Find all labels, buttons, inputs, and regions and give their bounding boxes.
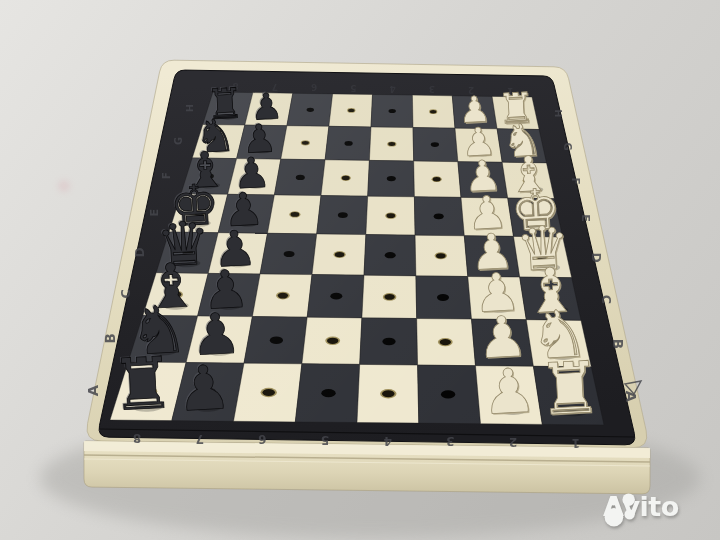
piece-black-rook-a8: ♜♜ — [108, 340, 177, 427]
avito-logo-dots — [603, 493, 641, 531]
piece-black-pawn-a7: ♟♟ — [174, 350, 234, 425]
rank-label-bottom-6: 6 — [258, 432, 266, 446]
file-label-right-A: A — [623, 391, 639, 403]
rank-label-bottom-3: 3 — [446, 434, 454, 448]
rank-label-bottom-1: 1 — [572, 436, 580, 450]
rank-label-bottom-2: 2 — [509, 435, 517, 449]
file-label-right-D: D — [589, 253, 603, 263]
chess-set-photo: HHGGFFEEDDCCBBAA8877665544332211♜♜♟♟♟♟♜♜… — [0, 0, 720, 540]
rank-label-top-6: 6 — [311, 82, 317, 92]
file-label-left-A: A — [85, 384, 101, 396]
file-label-right-C: C — [599, 295, 614, 304]
piece-white-rook-a1: ♜♜ — [536, 345, 605, 433]
file-label-right-H: H — [553, 110, 564, 118]
rank-label-bottom-8: 8 — [133, 431, 141, 445]
piece-glyph: ♜ — [536, 346, 604, 432]
rank-label-bottom-7: 7 — [196, 432, 204, 446]
piece-glyph: ♜ — [109, 341, 177, 427]
piece-glyph: ♟ — [175, 351, 233, 425]
file-label-right-E: E — [579, 214, 592, 222]
file-label-right-B: B — [610, 339, 626, 349]
rank-label-bottom-4: 4 — [384, 434, 392, 448]
rank-label-top-4: 4 — [389, 84, 395, 94]
piece-glyph: ♟ — [480, 354, 538, 428]
piece-white-pawn-a2: ♟♟ — [480, 354, 540, 429]
file-label-right-G: G — [562, 142, 573, 150]
file-label-right-F: F — [570, 178, 582, 185]
rank-label-bottom-5: 5 — [321, 433, 329, 447]
avito-watermark: Avito — [603, 493, 679, 520]
rank-label-top-3: 3 — [429, 84, 435, 94]
rank-label-top-5: 5 — [350, 83, 356, 93]
photo-canvas: HHGGFFEEDDCCBBAA8877665544332211♜♜♟♟♟♟♜♜… — [0, 0, 720, 540]
surface-smudge — [58, 180, 70, 192]
